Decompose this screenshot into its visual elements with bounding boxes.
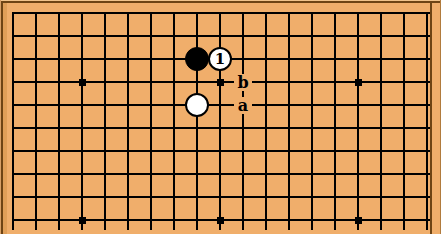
board-left-shading — [3, 3, 7, 234]
star-point — [217, 217, 224, 224]
point-label-a: a — [234, 97, 252, 114]
board-frame-top — [0, 1, 441, 3]
go-board-diagram: 1ba — [0, 0, 441, 234]
move-number: 1 — [215, 51, 225, 66]
point-label-b: b — [234, 74, 252, 91]
grid-line-horizontal — [12, 104, 430, 106]
black-stone — [185, 47, 209, 71]
grid-line-horizontal — [12, 35, 430, 37]
star-point — [355, 217, 362, 224]
star-point — [79, 79, 86, 86]
white-stone — [185, 93, 209, 117]
grid-line-horizontal — [12, 173, 430, 175]
grid-line-horizontal — [12, 127, 430, 129]
star-point — [355, 79, 362, 86]
board-frame-right — [430, 1, 432, 234]
grid-line-horizontal — [12, 12, 430, 14]
star-point — [217, 79, 224, 86]
grid-line-horizontal — [12, 196, 430, 198]
star-point — [79, 217, 86, 224]
white-stone-move-1: 1 — [208, 47, 232, 71]
grid-line-horizontal — [12, 150, 430, 152]
